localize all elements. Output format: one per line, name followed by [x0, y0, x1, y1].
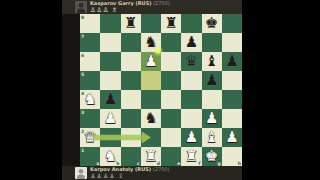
piece-black-rook[interactable]: ♜	[121, 14, 141, 33]
file-label-e: e	[177, 161, 180, 166]
rank-label-7: 7	[81, 34, 84, 39]
piece-white-pawn[interactable]: ♟	[222, 128, 242, 147]
piece-black-knight[interactable]: ♞	[141, 33, 161, 52]
bottom-player-captured-pieces: ♟♟♟♟ ♝	[90, 173, 169, 180]
square-b3[interactable]: ♟	[100, 109, 120, 128]
square-f7[interactable]: ♟	[181, 33, 201, 52]
piece-white-king[interactable]: ♚	[202, 147, 222, 166]
square-h5[interactable]	[222, 71, 242, 90]
square-f1[interactable]: f♜	[181, 147, 201, 166]
square-a2[interactable]: 2♛	[80, 128, 100, 147]
square-f2[interactable]: ♟	[181, 128, 201, 147]
top-player-rating: (2700)	[153, 0, 170, 6]
square-f3[interactable]	[181, 109, 201, 128]
square-g1[interactable]: g♚	[202, 147, 222, 166]
piece-black-bishop[interactable]: ♝	[202, 52, 222, 71]
square-g7[interactable]	[202, 33, 222, 52]
piece-white-queen[interactable]: ♛	[80, 128, 100, 147]
square-b1[interactable]: b♞	[100, 147, 120, 166]
square-a5[interactable]: 5	[80, 71, 100, 90]
square-b5[interactable]	[100, 71, 120, 90]
square-h1[interactable]: h	[222, 147, 242, 166]
square-d1[interactable]: d♜	[141, 147, 161, 166]
piece-black-knight[interactable]: ♞	[141, 109, 161, 128]
square-d7[interactable]: ♞	[141, 33, 161, 52]
square-h2[interactable]: ♟	[222, 128, 242, 147]
piece-black-queen[interactable]: ♛	[181, 52, 201, 71]
square-e5[interactable]	[161, 71, 181, 90]
square-h6[interactable]: ♟	[222, 52, 242, 71]
square-a1[interactable]: 1a	[80, 147, 100, 166]
square-f8[interactable]	[181, 14, 201, 33]
square-c3[interactable]	[121, 109, 141, 128]
square-b2[interactable]	[100, 128, 120, 147]
square-g4[interactable]	[202, 90, 222, 109]
square-g2[interactable]: ♝	[202, 128, 222, 147]
square-a3[interactable]: 3	[80, 109, 100, 128]
piece-black-pawn[interactable]: ♟	[202, 71, 222, 90]
square-e7[interactable]	[161, 33, 181, 52]
square-d3[interactable]: ♞	[141, 109, 161, 128]
piece-white-pawn[interactable]: ♟	[181, 128, 201, 147]
square-f4[interactable]	[181, 90, 201, 109]
piece-white-bishop[interactable]: ♝	[202, 128, 222, 147]
rank-label-8: 8	[81, 15, 84, 20]
top-player-avatar-icon	[75, 1, 87, 13]
piece-black-pawn[interactable]: ♟	[222, 52, 242, 71]
piece-black-king[interactable]: ♚	[202, 14, 222, 33]
square-e8[interactable]: ♜	[161, 14, 181, 33]
rank-label-5: 5	[81, 72, 84, 77]
square-c8[interactable]: ♜	[121, 14, 141, 33]
square-g6[interactable]: ♝	[202, 52, 222, 71]
rank-label-3: 3	[81, 110, 84, 115]
chess-board[interactable]: 8♜♜♚7♞♟6♟♛♝♟5♟4♞♟3♟♞♟2♛♟♝♟1ab♞cd♜ef♜g♚h	[80, 14, 242, 166]
file-label-c: c	[137, 161, 140, 166]
square-a6[interactable]: 6	[80, 52, 100, 71]
piece-white-pawn[interactable]: ♟	[202, 109, 222, 128]
square-g8[interactable]: ♚	[202, 14, 222, 33]
bottom-player-bar: Karpov Anatoly (RUS) (2700) ♟♟♟♟ ♝	[62, 166, 242, 180]
square-c5[interactable]	[121, 71, 141, 90]
bottom-player-rating: (2700)	[153, 166, 170, 172]
square-a4[interactable]: 4♞	[80, 90, 100, 109]
bottom-player-avatar-icon	[75, 167, 87, 179]
square-c2[interactable]	[121, 128, 141, 147]
square-h3[interactable]	[222, 109, 242, 128]
top-player-captured-pieces: ♙♙♙ ♗	[90, 7, 170, 14]
square-h7[interactable]	[222, 33, 242, 52]
square-b7[interactable]	[100, 33, 120, 52]
square-f5[interactable]	[181, 71, 201, 90]
square-a8[interactable]: 8	[80, 14, 100, 33]
rank-label-1: 1	[81, 148, 84, 153]
square-g3[interactable]: ♟	[202, 109, 222, 128]
bottom-player-info: Karpov Anatoly (RUS) (2700) ♟♟♟♟ ♝	[90, 166, 169, 180]
square-d6[interactable]: ♟	[141, 52, 161, 71]
square-h4[interactable]	[222, 90, 242, 109]
square-b4[interactable]: ♟	[100, 90, 120, 109]
piece-white-knight[interactable]: ♞	[100, 147, 120, 166]
piece-white-rook[interactable]: ♜	[181, 147, 201, 166]
piece-white-pawn[interactable]: ♟	[141, 52, 161, 71]
square-d4[interactable]	[141, 90, 161, 109]
square-c1[interactable]: c	[121, 147, 141, 166]
piece-white-rook[interactable]: ♜	[141, 147, 161, 166]
square-c4[interactable]	[121, 90, 141, 109]
piece-white-pawn[interactable]: ♟	[100, 109, 120, 128]
video-frame: Kasparov Garry (RUS) (2700) ♙♙♙ ♗ 8♜♜♚7♞…	[62, 0, 242, 180]
square-d2[interactable]	[141, 128, 161, 147]
square-b6[interactable]	[100, 52, 120, 71]
square-d8[interactable]	[141, 14, 161, 33]
piece-black-pawn[interactable]: ♟	[100, 90, 120, 109]
square-c6[interactable]	[121, 52, 141, 71]
square-e6[interactable]	[161, 52, 181, 71]
square-d5[interactable]	[141, 71, 161, 90]
square-h8[interactable]	[222, 14, 242, 33]
top-player-info: Kasparov Garry (RUS) (2700) ♙♙♙ ♗	[90, 0, 170, 14]
square-e4[interactable]	[161, 90, 181, 109]
square-e2[interactable]	[161, 128, 181, 147]
piece-white-knight[interactable]: ♞	[80, 90, 100, 109]
square-e1[interactable]: e	[161, 147, 181, 166]
square-b8[interactable]	[100, 14, 120, 33]
square-a7[interactable]: 7	[80, 33, 100, 52]
file-label-h: h	[238, 161, 241, 166]
piece-black-pawn[interactable]: ♟	[181, 33, 201, 52]
top-player-bar: Kasparov Garry (RUS) (2700) ♙♙♙ ♗	[62, 0, 242, 14]
square-e3[interactable]	[161, 109, 181, 128]
square-g5[interactable]: ♟	[202, 71, 222, 90]
square-c7[interactable]	[121, 33, 141, 52]
piece-black-rook[interactable]: ♜	[161, 14, 181, 33]
rank-label-6: 6	[81, 53, 84, 58]
file-label-a: a	[96, 161, 99, 166]
square-f6[interactable]: ♛	[181, 52, 201, 71]
